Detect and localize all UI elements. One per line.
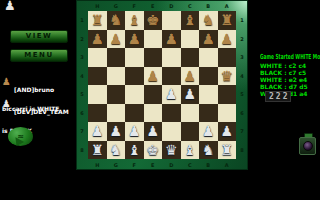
view-button[interactable]: VIEW — [10, 30, 68, 43]
piece-wP[interactable]: ♟ — [109, 32, 122, 46]
square-h3[interactable] — [88, 48, 107, 67]
square-b8[interactable]: ♞ — [199, 141, 218, 160]
square-d2[interactable]: ♟ — [162, 30, 181, 49]
coord-label: 6 — [76, 104, 88, 123]
square-f7[interactable]: ♟ — [125, 122, 144, 141]
piece-bP[interactable]: ♟ — [220, 124, 233, 138]
chess-board: HGFEDCBA HGFEDCBA 12345678 12345678 ♜♞♝♚… — [76, 0, 248, 170]
square-d6[interactable] — [162, 104, 181, 123]
square-c1[interactable]: ♝ — [181, 11, 200, 30]
square-b1[interactable]: ♞ — [199, 11, 218, 30]
square-g8[interactable]: ♞ — [107, 141, 126, 160]
piece-bP[interactable]: ♟ — [128, 124, 141, 138]
piece-bP[interactable]: ♟ — [165, 87, 178, 101]
square-d1[interactable] — [162, 11, 181, 30]
square-b2[interactable]: ♟ — [199, 30, 218, 49]
coord-label: A — [218, 0, 237, 11]
white-pawn-icon: ♟ — [2, 77, 12, 87]
piece-bQ[interactable]: ♛ — [165, 143, 178, 157]
square-e5[interactable] — [144, 85, 163, 104]
square-a1[interactable]: ♜ — [218, 11, 237, 30]
square-b4[interactable] — [199, 67, 218, 86]
coord-label: 7 — [76, 122, 88, 141]
square-f6[interactable] — [125, 104, 144, 123]
move-entry: BLACK : c7 c5 — [260, 69, 308, 76]
piece-bP[interactable]: ♟ — [91, 124, 104, 138]
square-d5[interactable]: ♟ — [162, 85, 181, 104]
coord-label: 1 — [76, 11, 88, 30]
coord-label: 4 — [76, 67, 88, 86]
square-a5[interactable] — [218, 85, 237, 104]
square-h5[interactable] — [88, 85, 107, 104]
coord-label: G — [107, 0, 126, 11]
square-a3[interactable] — [218, 48, 237, 67]
piece-bN[interactable]: ♞ — [202, 143, 215, 157]
square-h7[interactable]: ♟ — [88, 122, 107, 141]
square-c6[interactable] — [181, 104, 200, 123]
square-c4[interactable]: ♟ — [181, 67, 200, 86]
square-c2[interactable] — [181, 30, 200, 49]
piece-wP[interactable]: ♟ — [128, 32, 141, 46]
coord-label: 8 — [236, 141, 248, 160]
file-labels-bottom: HGFEDCBA — [88, 159, 236, 170]
piece-wB[interactable]: ♝ — [128, 13, 141, 27]
coord-label: H — [88, 159, 107, 170]
piece-wP[interactable]: ♟ — [220, 32, 233, 46]
coord-label: D — [162, 0, 181, 11]
square-h1[interactable]: ♜ — [88, 11, 107, 30]
square-b6[interactable] — [199, 104, 218, 123]
square-d3[interactable] — [162, 48, 181, 67]
coord-label: C — [181, 159, 200, 170]
camera-icon[interactable] — [299, 133, 316, 155]
piece-bK[interactable]: ♚ — [146, 143, 159, 157]
square-a4[interactable]: ♛ — [218, 67, 237, 86]
square-a7[interactable]: ♟ — [218, 122, 237, 141]
piece-bR[interactable]: ♜ — [91, 143, 104, 157]
square-e2[interactable] — [144, 30, 163, 49]
square-g2[interactable]: ♟ — [107, 30, 126, 49]
square-g7[interactable]: ♟ — [107, 122, 126, 141]
coord-label: B — [199, 159, 218, 170]
coord-label: A — [218, 159, 237, 170]
coord-label: 3 — [236, 48, 248, 67]
coord-label: G — [107, 159, 126, 170]
move-timer: 222 — [265, 91, 291, 102]
coord-label: 2 — [236, 30, 248, 49]
square-f4[interactable] — [125, 67, 144, 86]
piece-wK[interactable]: ♚ — [146, 13, 159, 27]
move-panel: Game Started WHITE Move WHITE : c2 c4BLA… — [258, 0, 320, 200]
square-c8[interactable]: ♝ — [181, 141, 200, 160]
piece-bP[interactable]: ♟ — [183, 87, 196, 101]
piece-wR[interactable]: ♜ — [220, 13, 233, 27]
piece-wQ[interactable]: ♛ — [220, 69, 233, 83]
rank-labels-right: 12345678 — [236, 11, 248, 159]
chat-icon[interactable]: ≈ — [8, 127, 34, 149]
square-h6[interactable] — [88, 104, 107, 123]
coord-label: 5 — [236, 85, 248, 104]
piece-bB[interactable]: ♝ — [183, 143, 196, 157]
coord-label: H — [88, 0, 107, 11]
square-f1[interactable]: ♝ — [125, 11, 144, 30]
piece-wR[interactable]: ♜ — [91, 13, 104, 27]
coord-label: D — [162, 159, 181, 170]
rank-labels-left: 12345678 — [76, 11, 88, 159]
square-h8[interactable]: ♜ — [88, 141, 107, 160]
square-b3[interactable] — [199, 48, 218, 67]
piece-bP[interactable]: ♟ — [109, 124, 122, 138]
move-panel-header: Game Started WHITE Move — [260, 53, 320, 61]
piece-bN[interactable]: ♞ — [109, 143, 122, 157]
square-g3[interactable] — [107, 48, 126, 67]
coord-label: 6 — [236, 104, 248, 123]
chat-bubble-icon: ≈ — [8, 127, 33, 146]
coord-label: E — [144, 0, 163, 11]
square-h2[interactable]: ♟ — [88, 30, 107, 49]
square-d8[interactable]: ♛ — [162, 141, 181, 160]
coord-label: C — [181, 0, 200, 11]
square-c7[interactable] — [181, 122, 200, 141]
piece-wN[interactable]: ♞ — [109, 13, 122, 27]
square-b7[interactable]: ♟ — [199, 122, 218, 141]
square-e4[interactable]: ♟ — [144, 67, 163, 86]
square-c3[interactable] — [181, 48, 200, 67]
square-e6[interactable] — [144, 104, 163, 123]
square-c5[interactable]: ♟ — [181, 85, 200, 104]
app-screen: ♟ VIEW MENU ♟ [AND]bruno biccarri is WHI… — [0, 0, 320, 200]
camera-body-shape — [299, 137, 316, 155]
coord-label: 3 — [76, 48, 88, 67]
square-b5[interactable] — [199, 85, 218, 104]
piece-bP[interactable]: ♟ — [146, 124, 159, 138]
square-e1[interactable]: ♚ — [144, 11, 163, 30]
square-f5[interactable] — [125, 85, 144, 104]
piece-wP[interactable]: ♟ — [91, 32, 104, 46]
menu-button[interactable]: MENU — [10, 49, 68, 62]
square-a6[interactable] — [218, 104, 237, 123]
piece-wP[interactable]: ♟ — [183, 69, 196, 83]
piece-wN[interactable]: ♞ — [202, 13, 215, 27]
square-h4[interactable] — [88, 67, 107, 86]
piece-bP[interactable]: ♟ — [202, 124, 215, 138]
coord-label: 7 — [236, 122, 248, 141]
move-entry: BLACK : d7 d5 — [260, 83, 308, 90]
file-labels-top: HGFEDCBA — [88, 0, 236, 11]
coord-label: F — [125, 0, 144, 11]
status-pawn-icon: ♟ — [4, 0, 16, 13]
square-e3[interactable] — [144, 48, 163, 67]
piece-wB[interactable]: ♝ — [183, 13, 196, 27]
square-f2[interactable]: ♟ — [125, 30, 144, 49]
camera-lens-icon — [303, 141, 313, 151]
square-g4[interactable] — [107, 67, 126, 86]
black-pawn-icon: ♟ — [2, 99, 12, 109]
square-d4[interactable] — [162, 67, 181, 86]
square-g5[interactable] — [107, 85, 126, 104]
coord-label: 8 — [76, 141, 88, 160]
move-entry: WHITE : c2 c4 — [260, 62, 308, 69]
square-d7[interactable] — [162, 122, 181, 141]
piece-bB[interactable]: ♝ — [128, 143, 141, 157]
coord-label: 1 — [236, 11, 248, 30]
square-g1[interactable]: ♞ — [107, 11, 126, 30]
piece-wP[interactable]: ♟ — [165, 32, 178, 46]
move-entry: WHITE : e2 e4 — [260, 76, 308, 83]
coord-label: B — [199, 0, 218, 11]
coord-label: 2 — [76, 30, 88, 49]
piece-bR[interactable]: ♜ — [220, 143, 233, 157]
square-a2[interactable]: ♟ — [218, 30, 237, 49]
square-f8[interactable]: ♝ — [125, 141, 144, 160]
coord-label: F — [125, 159, 144, 170]
coord-label: 5 — [76, 85, 88, 104]
square-a8[interactable]: ♜ — [218, 141, 237, 160]
piece-wP[interactable]: ♟ — [146, 69, 159, 83]
coord-label: E — [144, 159, 163, 170]
coord-label: 4 — [236, 67, 248, 86]
square-g6[interactable] — [107, 104, 126, 123]
board-squares: ♜♞♝♚♝♞♜♟♟♟♟♟♟♟♟♛♟♟♟♟♟♟♟♟♜♞♝♚♛♝♞♜ — [88, 11, 236, 159]
square-e8[interactable]: ♚ — [144, 141, 163, 160]
square-f3[interactable] — [125, 48, 144, 67]
piece-wP[interactable]: ♟ — [202, 32, 215, 46]
square-e7[interactable]: ♟ — [144, 122, 163, 141]
